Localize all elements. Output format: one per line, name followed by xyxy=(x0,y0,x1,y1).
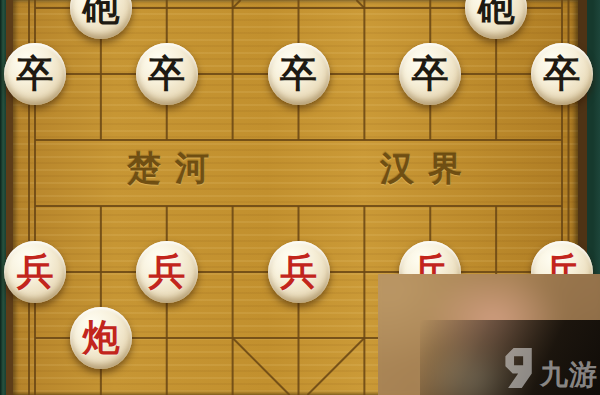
piece-black-soldier-file9[interactable]: 卒 xyxy=(531,43,593,105)
piece-black-soldier-file7[interactable]: 卒 xyxy=(399,43,461,105)
piece-black-soldier-file3[interactable]: 卒 xyxy=(136,43,198,105)
piece-glyph: 卒 xyxy=(148,55,185,92)
jiuyou-9game-logo-icon xyxy=(504,348,535,388)
piece-glyph: 炮 xyxy=(82,319,119,356)
piece-glyph: 卒 xyxy=(412,55,449,92)
river-label-han-jie: 汉界 xyxy=(380,151,476,185)
piece-black-soldier-file5[interactable]: 卒 xyxy=(268,43,330,105)
piece-red-soldier-file3[interactable]: 兵 xyxy=(136,241,198,303)
piece-glyph: 砲 xyxy=(478,0,515,26)
piece-black-soldier-file1[interactable]: 卒 xyxy=(4,43,66,105)
piece-red-soldier-file5[interactable]: 兵 xyxy=(268,241,330,303)
xiangqi-game-screenshot: 楚河 汉界 砲砲卒卒卒卒卒兵兵兵兵炮兵 九游 xyxy=(0,0,600,395)
piece-glyph: 卒 xyxy=(280,55,317,92)
jiuyou-watermark-text: 九游 xyxy=(540,356,598,394)
board-grid-line xyxy=(233,338,290,395)
piece-red-cannon-file2[interactable]: 炮 xyxy=(70,307,132,369)
piece-red-soldier-file1[interactable]: 兵 xyxy=(4,241,66,303)
board-grid-line xyxy=(356,0,364,8)
board-grid-line xyxy=(307,338,364,395)
piece-glyph: 砲 xyxy=(82,0,119,26)
piece-glyph: 卒 xyxy=(544,55,581,92)
piece-glyph: 兵 xyxy=(148,253,185,290)
piece-glyph: 兵 xyxy=(17,253,54,290)
piece-glyph: 卒 xyxy=(17,55,54,92)
board-grid-line xyxy=(233,0,241,8)
river-label-chu-he: 楚河 xyxy=(127,151,223,185)
piece-glyph: 兵 xyxy=(280,253,317,290)
